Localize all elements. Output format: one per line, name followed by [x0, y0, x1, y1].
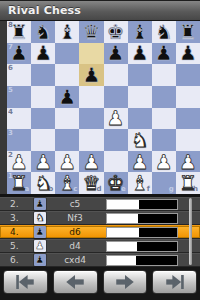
piece-glyph: ♟ — [36, 241, 45, 251]
square-g6[interactable] — [152, 64, 176, 86]
move-list: 2.♟c53.♞Nf34.♟d65.♟d46.♟cxd4 — [0, 197, 200, 266]
square-c3[interactable] — [55, 129, 79, 151]
piece-white-pawn: ♟ — [179, 151, 197, 171]
square-c1[interactable]: c♝ — [55, 172, 79, 194]
piece-white-knight: ♞ — [34, 173, 52, 193]
piece-white-bishop: ♝ — [58, 173, 76, 193]
piece-white-pawn: ♟ — [34, 151, 52, 171]
square-a3[interactable]: 3 — [7, 129, 31, 151]
navigation-bar — [0, 266, 200, 300]
piece-black-knight: ♞ — [155, 21, 173, 41]
piece-white-knight: ♞ — [131, 129, 149, 149]
piece-black-pawn: ♟ — [107, 43, 125, 63]
square-h2[interactable]: ♟ — [176, 151, 200, 173]
piece-white-pawn: ♟ — [107, 108, 125, 128]
black-pawn-icon: ♟ — [34, 254, 46, 266]
move-row-d4[interactable]: 5.♟d4 — [0, 239, 200, 253]
evaluation-bar — [106, 227, 178, 238]
piece-glyph: ♟ — [36, 199, 45, 209]
piece-white-pawn: ♟ — [155, 151, 173, 171]
evaluation-bar — [106, 241, 178, 252]
square-d8[interactable]: ♛ — [79, 21, 103, 43]
square-e4[interactable]: ♟ — [104, 108, 128, 130]
arrow-right-icon — [113, 275, 137, 289]
last-move-button[interactable] — [152, 270, 197, 294]
chess-board: 8♜♞♝♛♚♝♞♜7♟♟♟♟♟♟6♟5♟4♟3♞2♟♟♟♟♟♟♟1a♜b♞c♝d… — [7, 21, 200, 194]
square-g7[interactable]: ♟ — [152, 43, 176, 65]
piece-white-queen: ♛ — [82, 173, 100, 193]
square-f4[interactable] — [128, 108, 152, 130]
square-c6[interactable] — [55, 64, 79, 86]
square-e8[interactable]: ♚ — [104, 21, 128, 43]
square-a5[interactable]: 5 — [7, 86, 31, 108]
white-knight-icon: ♞ — [34, 212, 46, 224]
square-d5[interactable] — [79, 86, 103, 108]
square-e6[interactable] — [104, 64, 128, 86]
square-e7[interactable]: ♟ — [104, 43, 128, 65]
square-f5[interactable] — [128, 86, 152, 108]
square-b5[interactable] — [31, 86, 55, 108]
square-d7[interactable] — [79, 43, 103, 65]
evaluation-bar-white-part — [107, 200, 139, 209]
square-d2[interactable]: ♟ — [79, 151, 103, 173]
arrow-left-icon — [63, 275, 87, 289]
piece-black-pawn: ♟ — [155, 43, 173, 63]
move-number: 6. — [10, 255, 28, 265]
piece-white-king: ♚ — [107, 173, 125, 193]
square-a7[interactable]: 7♟ — [7, 43, 31, 65]
move-number: 4. — [10, 227, 28, 237]
square-d3[interactable] — [79, 129, 103, 151]
evaluation-bar — [106, 213, 178, 224]
move-row-d6[interactable]: 4.♟d6 — [0, 225, 200, 239]
piece-black-rook: ♜ — [10, 21, 28, 41]
square-e1[interactable]: e♚ — [104, 172, 128, 194]
square-h4[interactable] — [176, 108, 200, 130]
move-row-Nf3[interactable]: 3.♞Nf3 — [0, 211, 200, 225]
square-g3[interactable] — [152, 129, 176, 151]
evaluation-bar-white-part — [107, 228, 139, 237]
square-c4[interactable] — [55, 108, 79, 130]
piece-black-pawn: ♟ — [10, 43, 28, 63]
square-b8[interactable]: ♞ — [31, 21, 55, 43]
square-b6[interactable] — [31, 64, 55, 86]
move-list-scrollbar[interactable] — [189, 198, 192, 265]
square-g8[interactable]: ♞ — [152, 21, 176, 43]
square-a1[interactable]: 1a♜ — [7, 172, 31, 194]
square-h8[interactable]: ♜ — [176, 21, 200, 43]
square-f2[interactable]: ♟ — [128, 151, 152, 173]
move-san: d4 — [52, 241, 98, 251]
square-h5[interactable] — [176, 86, 200, 108]
square-h6[interactable] — [176, 64, 200, 86]
square-b1[interactable]: b♞ — [31, 172, 55, 194]
title-bar: Rival Chess — [0, 0, 200, 21]
square-h1[interactable]: h♜ — [176, 172, 200, 194]
square-g5[interactable] — [152, 86, 176, 108]
file-label-g: g — [169, 186, 174, 193]
square-c8[interactable]: ♝ — [55, 21, 79, 43]
piece-black-king: ♚ — [107, 21, 125, 41]
square-c2[interactable]: ♟ — [55, 151, 79, 173]
app-title: Rival Chess — [8, 4, 81, 17]
evaluation-bar — [106, 255, 178, 266]
move-row-cxd4[interactable]: 6.♟cxd4 — [0, 253, 200, 267]
square-d1[interactable]: d♛ — [79, 172, 103, 194]
piece-black-pawn: ♟ — [58, 86, 76, 106]
square-d4[interactable] — [79, 108, 103, 130]
piece-black-bishop: ♝ — [131, 21, 149, 41]
move-san: Nf3 — [52, 213, 98, 223]
piece-white-rook: ♜ — [179, 173, 197, 193]
first-move-button[interactable] — [3, 270, 48, 294]
piece-white-pawn: ♟ — [82, 151, 100, 171]
square-c5[interactable]: ♟ — [55, 86, 79, 108]
square-b4[interactable] — [31, 108, 55, 130]
board-area: 8♜♞♝♛♚♝♞♜7♟♟♟♟♟♟6♟5♟4♟3♞2♟♟♟♟♟♟♟1a♜b♞c♝d… — [0, 21, 200, 194]
piece-black-queen: ♛ — [82, 21, 100, 41]
rank-label-6: 6 — [8, 65, 13, 72]
skip-to-end-icon — [163, 275, 187, 289]
square-c7[interactable] — [55, 43, 79, 65]
move-number: 2. — [10, 199, 28, 209]
piece-glyph: ♟ — [36, 255, 45, 265]
move-san: c5 — [52, 199, 98, 209]
evaluation-bar-white-part — [107, 256, 136, 265]
move-number: 5. — [10, 241, 28, 251]
piece-white-pawn: ♟ — [131, 151, 149, 171]
square-f1[interactable]: f♝ — [128, 172, 152, 194]
evaluation-bar-white-part — [107, 214, 138, 223]
piece-black-pawn: ♟ — [82, 65, 100, 85]
rank-label-5: 5 — [8, 87, 13, 94]
square-b3[interactable] — [31, 129, 55, 151]
black-pawn-icon: ♟ — [34, 226, 46, 238]
square-b7[interactable]: ♟ — [31, 43, 55, 65]
move-san: cxd4 — [52, 255, 98, 265]
black-pawn-icon: ♟ — [34, 198, 46, 210]
square-f3[interactable]: ♞ — [128, 129, 152, 151]
piece-black-pawn: ♟ — [131, 43, 149, 63]
move-row-c5[interactable]: 2.♟c5 — [0, 197, 200, 211]
square-a6[interactable]: 6 — [7, 64, 31, 86]
piece-black-rook: ♜ — [179, 21, 197, 41]
square-e3[interactable] — [104, 129, 128, 151]
square-f8[interactable]: ♝ — [128, 21, 152, 43]
rank-label-4: 4 — [8, 109, 13, 116]
square-g4[interactable] — [152, 108, 176, 130]
piece-white-pawn: ♟ — [10, 151, 28, 171]
evaluation-bar — [106, 199, 178, 210]
square-a8[interactable]: 8♜ — [7, 21, 31, 43]
square-h3[interactable] — [176, 129, 200, 151]
piece-glyph: ♞ — [36, 213, 45, 223]
skip-to-start-icon — [13, 275, 37, 289]
square-d6[interactable]: ♟ — [79, 64, 103, 86]
piece-black-pawn: ♟ — [179, 43, 197, 63]
piece-glyph: ♟ — [36, 227, 45, 237]
piece-black-pawn: ♟ — [34, 43, 52, 63]
piece-black-bishop: ♝ — [58, 21, 76, 41]
square-e5[interactable] — [104, 86, 128, 108]
piece-white-pawn: ♟ — [58, 151, 76, 171]
piece-white-bishop: ♝ — [131, 173, 149, 193]
white-pawn-icon: ♟ — [34, 240, 46, 252]
square-f6[interactable] — [128, 64, 152, 86]
next-move-button[interactable] — [103, 270, 148, 294]
square-h7[interactable]: ♟ — [176, 43, 200, 65]
move-san: d6 — [52, 227, 98, 237]
square-a2[interactable]: 2♟ — [7, 151, 31, 173]
square-g2[interactable]: ♟ — [152, 151, 176, 173]
square-e2[interactable] — [104, 151, 128, 173]
piece-white-rook: ♜ — [10, 173, 28, 193]
square-f7[interactable]: ♟ — [128, 43, 152, 65]
previous-move-button[interactable] — [53, 270, 98, 294]
app-window: Rival Chess 8♜♞♝♛♚♝♞♜7♟♟♟♟♟♟6♟5♟4♟3♞2♟♟♟… — [0, 0, 200, 300]
square-b2[interactable]: ♟ — [31, 151, 55, 173]
square-a4[interactable]: 4 — [7, 108, 31, 130]
piece-black-knight: ♞ — [34, 21, 52, 41]
square-g1[interactable]: g — [152, 172, 176, 194]
move-number: 3. — [10, 213, 28, 223]
evaluation-bar-white-part — [107, 242, 137, 251]
rank-label-3: 3 — [8, 130, 13, 137]
